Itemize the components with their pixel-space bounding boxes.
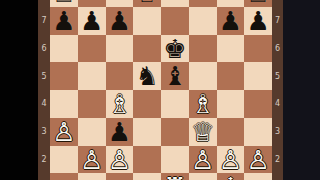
square-e6[interactable]: ♚	[161, 35, 189, 63]
square-b5[interactable]	[78, 62, 106, 90]
square-a5[interactable]	[50, 62, 78, 90]
black-pawn[interactable]: ♟	[219, 7, 242, 35]
square-b4[interactable]	[78, 90, 106, 118]
square-c4[interactable]: ♗	[106, 90, 134, 118]
square-f5[interactable]	[189, 62, 217, 90]
square-f6[interactable]	[189, 35, 217, 63]
square-c2[interactable]: ♙	[106, 146, 134, 174]
rank-label-right-6: 6	[272, 35, 284, 63]
square-g2[interactable]: ♙	[217, 146, 245, 174]
chessboard: ♜♛♜♟♟♟♟♟♚♞♝♗♗♙♟♕♙♙♙♙♙♖♔	[50, 0, 272, 180]
rank-label-left-5: 5	[38, 62, 50, 90]
rank-label-right-7: 7	[272, 7, 284, 35]
black-bishop[interactable]: ♝	[163, 63, 186, 91]
square-g1[interactable]: ♔	[217, 173, 245, 180]
rank-label-left-2: 2	[38, 146, 50, 174]
letterbox-right	[283, 0, 320, 180]
square-e1[interactable]: ♖	[161, 173, 189, 180]
square-c3[interactable]: ♟	[106, 118, 134, 146]
white-pawn[interactable]: ♙	[52, 118, 75, 146]
square-b6[interactable]	[78, 35, 106, 63]
square-b2[interactable]: ♙	[78, 146, 106, 174]
square-d4[interactable]	[133, 90, 161, 118]
square-b1[interactable]	[78, 173, 106, 180]
square-a7[interactable]: ♟	[50, 7, 78, 35]
square-e2[interactable]	[161, 146, 189, 174]
square-g3[interactable]	[217, 118, 245, 146]
white-pawn[interactable]: ♙	[219, 146, 242, 174]
white-pawn[interactable]: ♙	[80, 146, 103, 174]
square-d1[interactable]	[133, 173, 161, 180]
square-a4[interactable]	[50, 90, 78, 118]
white-pawn[interactable]: ♙	[246, 146, 269, 174]
square-h1[interactable]	[244, 173, 272, 180]
black-pawn[interactable]: ♟	[80, 7, 103, 35]
square-a6[interactable]	[50, 35, 78, 63]
rank-label-left-6: 6	[38, 35, 50, 63]
square-d5[interactable]: ♞	[133, 62, 161, 90]
square-a2[interactable]	[50, 146, 78, 174]
square-f8[interactable]	[189, 0, 217, 7]
square-h5[interactable]	[244, 62, 272, 90]
square-d2[interactable]	[133, 146, 161, 174]
square-g6[interactable]	[217, 35, 245, 63]
square-g7[interactable]: ♟	[217, 7, 245, 35]
square-d6[interactable]	[133, 35, 161, 63]
square-g4[interactable]	[217, 90, 245, 118]
black-king[interactable]: ♚	[163, 35, 186, 63]
square-h3[interactable]	[244, 118, 272, 146]
square-f7[interactable]	[189, 7, 217, 35]
rank-label-right-4: 4	[272, 90, 284, 118]
black-pawn[interactable]: ♟	[108, 7, 131, 35]
black-queen[interactable]: ♛	[135, 0, 158, 7]
square-h7[interactable]: ♟	[244, 7, 272, 35]
square-e5[interactable]: ♝	[161, 62, 189, 90]
white-king[interactable]: ♔	[219, 174, 242, 180]
white-bishop[interactable]: ♗	[191, 91, 214, 119]
square-e7[interactable]	[161, 7, 189, 35]
black-knight[interactable]: ♞	[135, 63, 158, 91]
white-bishop[interactable]: ♗	[108, 91, 131, 119]
square-a1[interactable]	[50, 173, 78, 180]
square-h4[interactable]	[244, 90, 272, 118]
rank-label-right-3: 3	[272, 118, 284, 146]
black-pawn[interactable]: ♟	[246, 7, 269, 35]
square-a3[interactable]: ♙	[50, 118, 78, 146]
square-c7[interactable]: ♟	[106, 7, 134, 35]
square-h2[interactable]: ♙	[244, 146, 272, 174]
black-pawn[interactable]: ♟	[52, 7, 75, 35]
white-queen[interactable]: ♕	[191, 118, 214, 146]
video-frame: ♜♛♜♟♟♟♟♟♚♞♝♗♗♙♟♕♙♙♙♙♙♖♔ 765432 765432	[0, 0, 320, 180]
rank-label-left-4: 4	[38, 90, 50, 118]
square-e8[interactable]	[161, 0, 189, 7]
square-f3[interactable]: ♕	[189, 118, 217, 146]
square-f2[interactable]: ♙	[189, 146, 217, 174]
square-c5[interactable]	[106, 62, 134, 90]
square-b7[interactable]: ♟	[78, 7, 106, 35]
square-c6[interactable]	[106, 35, 134, 63]
square-b3[interactable]	[78, 118, 106, 146]
square-g5[interactable]	[217, 62, 245, 90]
square-d8[interactable]: ♛	[133, 0, 161, 7]
square-f1[interactable]	[189, 173, 217, 180]
white-rook[interactable]: ♖	[163, 174, 186, 180]
rank-label-left-3: 3	[38, 118, 50, 146]
square-c1[interactable]	[106, 173, 134, 180]
rank-label-right-5: 5	[272, 62, 284, 90]
square-d7[interactable]	[133, 7, 161, 35]
square-d3[interactable]	[133, 118, 161, 146]
square-e4[interactable]	[161, 90, 189, 118]
white-pawn[interactable]: ♙	[191, 146, 214, 174]
letterbox-left	[0, 0, 38, 180]
white-pawn[interactable]: ♙	[108, 146, 131, 174]
square-h6[interactable]	[244, 35, 272, 63]
rank-label-left-7: 7	[38, 7, 50, 35]
square-f4[interactable]: ♗	[189, 90, 217, 118]
rank-label-right-2: 2	[272, 146, 284, 174]
square-e3[interactable]	[161, 118, 189, 146]
black-pawn[interactable]: ♟	[108, 118, 131, 146]
